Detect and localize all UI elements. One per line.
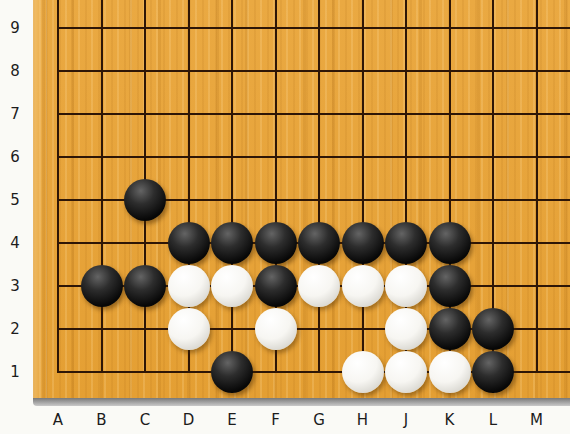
intersection-E5[interactable] [210,179,254,222]
intersection-B8[interactable] [80,50,124,93]
column-label-G: G [304,409,334,431]
intersection-E7[interactable] [210,93,254,136]
intersection-K3[interactable]: ● [428,265,472,308]
intersection-E1[interactable]: ● [210,351,254,394]
intersection-K4[interactable]: ● [428,222,472,265]
intersection-A2[interactable] [36,308,80,351]
intersection-H5[interactable] [341,179,385,222]
intersection-G5[interactable] [297,179,341,222]
white-stone-D3: ○ [168,265,210,307]
intersection-B2[interactable] [80,308,124,351]
row-label-1: 1 [0,362,30,382]
white-stone-H3: ○ [342,265,384,307]
black-stone-L1: ● [472,351,514,393]
intersection-J3[interactable]: ○ [384,265,428,308]
black-stone-E4: ● [211,222,253,264]
intersection-L9[interactable] [471,7,515,50]
intersection-M9[interactable] [515,7,559,50]
intersection-H2[interactable] [341,308,385,351]
intersection-K5[interactable] [428,179,472,222]
intersection-E9[interactable] [210,7,254,50]
intersection-L6[interactable] [471,136,515,179]
intersection-B9[interactable] [80,7,124,50]
intersection-L2[interactable]: ● [471,308,515,351]
intersection-L4[interactable] [471,222,515,265]
intersection-G9[interactable] [297,7,341,50]
white-stone-D2: ○ [168,308,210,350]
go-board: ●●●●●●●●●●○○●○○○●○○○●●●○○○● [33,0,570,398]
intersection-H4[interactable]: ● [341,222,385,265]
intersection-G3[interactable]: ○ [297,265,341,308]
row-label-7: 7 [0,104,30,124]
intersection-M4[interactable] [515,222,559,265]
row-label-6: 6 [0,147,30,167]
intersection-C2[interactable] [123,308,167,351]
intersection-K6[interactable] [428,136,472,179]
intersection-D1[interactable] [167,351,211,394]
intersection-E2[interactable] [210,308,254,351]
intersection-J7[interactable] [384,93,428,136]
black-stone-J4: ● [385,222,427,264]
white-stone-J2: ○ [385,308,427,350]
black-stone-K3: ● [429,265,471,307]
intersection-B1[interactable] [80,351,124,394]
intersection-G7[interactable] [297,93,341,136]
black-stone-K4: ● [429,222,471,264]
black-stone-G4: ● [298,222,340,264]
intersection-L7[interactable] [471,93,515,136]
intersection-A3[interactable] [36,265,80,308]
row-label-2: 2 [0,319,30,339]
row-label-5: 5 [0,190,30,210]
intersection-F1[interactable] [254,351,298,394]
black-stone-D4: ● [168,222,210,264]
intersection-D9[interactable] [167,7,211,50]
intersection-D7[interactable] [167,93,211,136]
column-label-L: L [478,409,508,431]
column-label-M: M [522,409,552,431]
intersection-A4[interactable] [36,222,80,265]
stones-grid: ●●●●●●●●●●○○●○○○●○○○●●●○○○● [36,7,558,394]
intersection-E4[interactable]: ● [210,222,254,265]
white-stone-F2: ○ [255,308,297,350]
intersection-D5[interactable] [167,179,211,222]
intersection-F4[interactable]: ● [254,222,298,265]
white-stone-J3: ○ [385,265,427,307]
intersection-J5[interactable] [384,179,428,222]
white-stone-G3: ○ [298,265,340,307]
intersection-F3[interactable]: ● [254,265,298,308]
black-stone-C5: ● [124,179,166,221]
intersection-F7[interactable] [254,93,298,136]
column-label-C: C [130,409,160,431]
intersection-L5[interactable] [471,179,515,222]
intersection-J4[interactable]: ● [384,222,428,265]
intersection-M1[interactable] [515,351,559,394]
intersection-M7[interactable] [515,93,559,136]
intersection-J9[interactable] [384,7,428,50]
intersection-K2[interactable]: ● [428,308,472,351]
intersection-B4[interactable] [80,222,124,265]
intersection-C4[interactable] [123,222,167,265]
white-stone-H1: ○ [342,351,384,393]
intersection-C8[interactable] [123,50,167,93]
intersection-C3[interactable]: ● [123,265,167,308]
intersection-L8[interactable] [471,50,515,93]
intersection-B7[interactable] [80,93,124,136]
intersection-G8[interactable] [297,50,341,93]
intersection-H8[interactable] [341,50,385,93]
intersection-D4[interactable]: ● [167,222,211,265]
intersection-E6[interactable] [210,136,254,179]
black-stone-F4: ● [255,222,297,264]
intersection-H6[interactable] [341,136,385,179]
intersection-F8[interactable] [254,50,298,93]
intersection-B3[interactable]: ● [80,265,124,308]
intersection-G6[interactable] [297,136,341,179]
intersection-F9[interactable] [254,7,298,50]
black-stone-K2: ● [429,308,471,350]
intersection-G4[interactable]: ● [297,222,341,265]
white-stone-K1: ○ [429,351,471,393]
white-stone-J1: ○ [385,351,427,393]
intersection-M3[interactable] [515,265,559,308]
intersection-F6[interactable] [254,136,298,179]
intersection-H7[interactable] [341,93,385,136]
go-board-screenshot: ●●●●●●●●●●○○●○○○●○○○●●●○○○● 987654321 AB… [0,0,570,434]
intersection-J8[interactable] [384,50,428,93]
intersection-J6[interactable] [384,136,428,179]
intersection-C1[interactable] [123,351,167,394]
intersection-G1[interactable] [297,351,341,394]
black-stone-H4: ● [342,222,384,264]
column-label-D: D [174,409,204,431]
row-label-9: 9 [0,18,30,38]
intersection-D6[interactable] [167,136,211,179]
intersection-H9[interactable] [341,7,385,50]
intersection-B6[interactable] [80,136,124,179]
row-label-8: 8 [0,61,30,81]
intersection-C5[interactable]: ● [123,179,167,222]
intersection-M6[interactable] [515,136,559,179]
column-label-H: H [348,409,378,431]
column-label-F: F [261,409,291,431]
intersection-C9[interactable] [123,7,167,50]
intersection-H3[interactable]: ○ [341,265,385,308]
intersection-K9[interactable] [428,7,472,50]
column-label-A: A [43,409,73,431]
row-label-3: 3 [0,276,30,296]
intersection-L1[interactable]: ● [471,351,515,394]
column-label-B: B [87,409,117,431]
intersection-A6[interactable] [36,136,80,179]
intersection-B5[interactable] [80,179,124,222]
intersection-D8[interactable] [167,50,211,93]
intersection-J1[interactable]: ○ [384,351,428,394]
black-stone-L2: ● [472,308,514,350]
intersection-F5[interactable] [254,179,298,222]
black-stone-B3: ● [81,265,123,307]
column-label-E: E [217,409,247,431]
intersection-L3[interactable] [471,265,515,308]
intersection-M8[interactable] [515,50,559,93]
intersection-F2[interactable]: ○ [254,308,298,351]
intersection-A9[interactable] [36,7,80,50]
intersection-A8[interactable] [36,50,80,93]
intersection-D2[interactable]: ○ [167,308,211,351]
intersection-A7[interactable] [36,93,80,136]
intersection-C6[interactable] [123,136,167,179]
intersection-K7[interactable] [428,93,472,136]
intersection-G2[interactable] [297,308,341,351]
column-label-K: K [435,409,465,431]
board-bottom-shadow [33,398,570,406]
white-stone-E3: ○ [211,265,253,307]
intersection-J2[interactable]: ○ [384,308,428,351]
intersection-K8[interactable] [428,50,472,93]
black-stone-C3: ● [124,265,166,307]
intersection-A5[interactable] [36,179,80,222]
intersection-M2[interactable] [515,308,559,351]
intersection-K1[interactable]: ○ [428,351,472,394]
column-label-J: J [391,409,421,431]
intersection-D3[interactable]: ○ [167,265,211,308]
black-stone-E1: ● [211,351,253,393]
intersection-H1[interactable]: ○ [341,351,385,394]
intersection-E8[interactable] [210,50,254,93]
intersection-A1[interactable] [36,351,80,394]
black-stone-F3: ● [255,265,297,307]
row-label-4: 4 [0,233,30,253]
intersection-E3[interactable]: ○ [210,265,254,308]
intersection-M5[interactable] [515,179,559,222]
intersection-C7[interactable] [123,93,167,136]
